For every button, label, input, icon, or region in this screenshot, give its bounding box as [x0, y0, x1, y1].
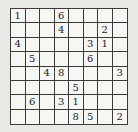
cell-r8c3[interactable]: [40, 110, 55, 124]
cell-r8c6[interactable]: 5: [84, 110, 99, 124]
cell-r8c8[interactable]: 2: [113, 110, 128, 124]
cell-r7c1[interactable]: [11, 95, 26, 109]
cell-r7c7[interactable]: [98, 95, 113, 109]
cell-r4c7[interactable]: [98, 52, 113, 66]
cell-r6c6[interactable]: [84, 81, 99, 95]
cell-r7c5[interactable]: 1: [69, 95, 84, 109]
cell-r6c2[interactable]: [26, 81, 41, 95]
cell-r5c5[interactable]: [69, 67, 84, 81]
cell-r2c3[interactable]: [40, 23, 55, 37]
cell-r2c8[interactable]: [113, 23, 128, 37]
cell-r8c1[interactable]: [11, 110, 26, 124]
cell-r8c4[interactable]: [55, 110, 70, 124]
cell-r5c1[interactable]: [11, 67, 26, 81]
cell-r6c5[interactable]: 5: [69, 81, 84, 95]
cell-r2c2[interactable]: [26, 23, 41, 37]
cell-r6c7[interactable]: [98, 81, 113, 95]
cell-r4c4[interactable]: [55, 52, 70, 66]
puzzle-grid: 1642431564835631852: [10, 8, 128, 125]
cell-r3c8[interactable]: [113, 38, 128, 52]
cell-r5c7[interactable]: [98, 67, 113, 81]
cell-r3c3[interactable]: [40, 38, 55, 52]
cell-r3c4[interactable]: [55, 38, 70, 52]
cell-r1c1[interactable]: 1: [11, 9, 26, 23]
cell-r8c7[interactable]: [98, 110, 113, 124]
cell-r7c6[interactable]: [84, 95, 99, 109]
puzzle-page: 1642431564835631852: [0, 0, 138, 132]
cell-r6c1[interactable]: [11, 81, 26, 95]
cell-r3c5[interactable]: [69, 38, 84, 52]
cell-r3c1[interactable]: 4: [11, 38, 26, 52]
cell-r3c6[interactable]: 3: [84, 38, 99, 52]
cell-r6c8[interactable]: [113, 81, 128, 95]
cell-r4c2[interactable]: 5: [26, 52, 41, 66]
cell-r5c8[interactable]: 3: [113, 67, 128, 81]
cell-r4c6[interactable]: 6: [84, 52, 99, 66]
cell-r4c1[interactable]: [11, 52, 26, 66]
cell-r3c2[interactable]: [26, 38, 41, 52]
cell-r7c8[interactable]: [113, 95, 128, 109]
cell-r6c3[interactable]: [40, 81, 55, 95]
cell-r2c1[interactable]: [11, 23, 26, 37]
cell-r1c7[interactable]: [98, 9, 113, 23]
cell-r3c7[interactable]: 1: [98, 38, 113, 52]
cell-r7c4[interactable]: 3: [55, 95, 70, 109]
cell-r5c6[interactable]: [84, 67, 99, 81]
cell-r4c3[interactable]: [40, 52, 55, 66]
cell-r2c5[interactable]: [69, 23, 84, 37]
cell-r1c2[interactable]: [26, 9, 41, 23]
cell-r2c7[interactable]: 2: [98, 23, 113, 37]
cell-r7c3[interactable]: [40, 95, 55, 109]
cell-r5c3[interactable]: 4: [40, 67, 55, 81]
cell-r7c2[interactable]: 6: [26, 95, 41, 109]
cell-r1c4[interactable]: 6: [55, 9, 70, 23]
cell-r1c3[interactable]: [40, 9, 55, 23]
cell-r2c6[interactable]: [84, 23, 99, 37]
cell-r1c6[interactable]: [84, 9, 99, 23]
cell-r2c4[interactable]: 4: [55, 23, 70, 37]
cell-r8c2[interactable]: [26, 110, 41, 124]
cell-r1c5[interactable]: [69, 9, 84, 23]
cell-r1c8[interactable]: [113, 9, 128, 23]
cell-r8c5[interactable]: 8: [69, 110, 84, 124]
cell-r6c4[interactable]: [55, 81, 70, 95]
cell-r5c4[interactable]: 8: [55, 67, 70, 81]
cell-r4c5[interactable]: [69, 52, 84, 66]
cell-r4c8[interactable]: [113, 52, 128, 66]
cell-r5c2[interactable]: [26, 67, 41, 81]
